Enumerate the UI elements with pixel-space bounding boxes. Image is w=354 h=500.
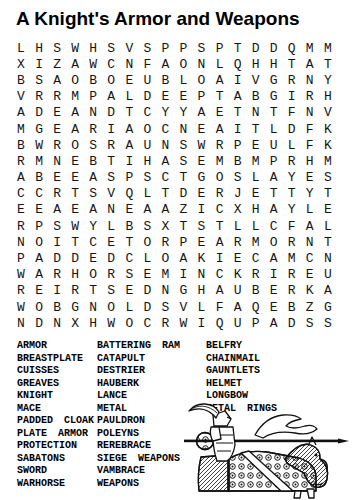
- grid-cell[interactable]: S: [120, 267, 138, 283]
- grid-cell[interactable]: D: [265, 40, 283, 56]
- grid-cell[interactable]: U: [138, 137, 156, 153]
- grid-cell[interactable]: R: [211, 186, 229, 202]
- grid-cell[interactable]: H: [30, 40, 48, 56]
- grid-cell[interactable]: T: [66, 234, 84, 250]
- grid-cell[interactable]: P: [229, 137, 247, 153]
- grid-cell[interactable]: U: [319, 267, 337, 283]
- grid-cell[interactable]: W: [12, 299, 30, 315]
- grid-cell[interactable]: T: [211, 218, 229, 234]
- grid-cell[interactable]: P: [174, 234, 192, 250]
- grid-cell[interactable]: I: [48, 283, 66, 299]
- grid-cell[interactable]: A: [174, 250, 192, 266]
- grid-cell[interactable]: Q: [211, 315, 229, 331]
- grid-cell[interactable]: W: [66, 40, 84, 56]
- grid-cell[interactable]: B: [12, 137, 30, 153]
- grid-cell[interactable]: I: [229, 121, 247, 137]
- grid-cell[interactable]: C: [211, 202, 229, 218]
- grid-cell[interactable]: R: [156, 234, 174, 250]
- grid-cell[interactable]: B: [247, 89, 265, 105]
- grid-cell[interactable]: C: [138, 315, 156, 331]
- grid-cell[interactable]: S: [48, 218, 66, 234]
- grid-cell[interactable]: R: [48, 186, 66, 202]
- grid-cell[interactable]: N: [48, 153, 66, 169]
- grid-cell[interactable]: M: [211, 153, 229, 169]
- grid-cell[interactable]: U: [138, 72, 156, 88]
- grid-cell[interactable]: O: [84, 267, 102, 283]
- grid-cell[interactable]: F: [138, 56, 156, 72]
- grid-cell[interactable]: C: [211, 267, 229, 283]
- grid-cell[interactable]: T: [120, 234, 138, 250]
- grid-cell[interactable]: T: [265, 186, 283, 202]
- grid-cell[interactable]: L: [319, 218, 337, 234]
- grid-cell[interactable]: B: [229, 153, 247, 169]
- grid-cell[interactable]: A: [120, 121, 138, 137]
- grid-cell[interactable]: O: [156, 250, 174, 266]
- grid-cell[interactable]: N: [102, 202, 120, 218]
- grid-cell[interactable]: T: [84, 283, 102, 299]
- grid-cell[interactable]: L: [174, 72, 192, 88]
- grid-cell[interactable]: I: [48, 234, 66, 250]
- grid-cell[interactable]: O: [120, 315, 138, 331]
- grid-cell[interactable]: B: [48, 299, 66, 315]
- grid-cell[interactable]: E: [229, 250, 247, 266]
- grid-cell[interactable]: L: [283, 137, 301, 153]
- grid-cell[interactable]: D: [247, 40, 265, 56]
- grid-cell[interactable]: E: [138, 267, 156, 283]
- grid-cell[interactable]: R: [283, 72, 301, 88]
- grid-cell[interactable]: P: [211, 40, 229, 56]
- grid-cell[interactable]: B: [283, 299, 301, 315]
- grid-cell[interactable]: E: [30, 283, 48, 299]
- grid-cell[interactable]: A: [84, 170, 102, 186]
- grid-cell[interactable]: M: [30, 153, 48, 169]
- grid-cell[interactable]: A: [12, 170, 30, 186]
- grid-cell[interactable]: N: [48, 315, 66, 331]
- grid-cell[interactable]: W: [30, 137, 48, 153]
- grid-cell[interactable]: O: [265, 234, 283, 250]
- grid-cell[interactable]: N: [84, 105, 102, 121]
- grid-cell[interactable]: S: [192, 218, 210, 234]
- grid-cell[interactable]: D: [174, 186, 192, 202]
- grid-cell[interactable]: D: [283, 121, 301, 137]
- grid-cell[interactable]: E: [66, 153, 84, 169]
- grid-cell[interactable]: T: [319, 234, 337, 250]
- grid-cell[interactable]: N: [192, 56, 210, 72]
- grid-cell[interactable]: P: [12, 250, 30, 266]
- grid-cell[interactable]: R: [48, 267, 66, 283]
- grid-cell[interactable]: X: [156, 218, 174, 234]
- grid-cell[interactable]: T: [120, 105, 138, 121]
- grid-cell[interactable]: K: [229, 267, 247, 283]
- grid-cell[interactable]: A: [156, 56, 174, 72]
- grid-cell[interactable]: I: [192, 202, 210, 218]
- grid-cell[interactable]: N: [156, 137, 174, 153]
- grid-cell[interactable]: L: [120, 89, 138, 105]
- grid-cell[interactable]: U: [229, 315, 247, 331]
- grid-cell[interactable]: M: [66, 89, 84, 105]
- grid-cell[interactable]: I: [211, 250, 229, 266]
- grid-cell[interactable]: H: [265, 56, 283, 72]
- grid-cell[interactable]: E: [192, 153, 210, 169]
- grid-cell[interactable]: Q: [283, 40, 301, 56]
- grid-cell[interactable]: C: [120, 250, 138, 266]
- grid-cell[interactable]: R: [102, 267, 120, 283]
- grid-cell[interactable]: I: [283, 89, 301, 105]
- grid-cell[interactable]: E: [84, 250, 102, 266]
- grid-cell[interactable]: G: [30, 121, 48, 137]
- grid-cell[interactable]: A: [30, 267, 48, 283]
- grid-cell[interactable]: N: [12, 315, 30, 331]
- grid-cell[interactable]: W: [12, 267, 30, 283]
- grid-cell[interactable]: P: [247, 315, 265, 331]
- grid-cell[interactable]: S: [138, 218, 156, 234]
- grid-cell[interactable]: A: [102, 89, 120, 105]
- grid-cell[interactable]: E: [48, 121, 66, 137]
- grid-cell[interactable]: O: [174, 56, 192, 72]
- grid-cell[interactable]: T: [283, 56, 301, 72]
- grid-cell[interactable]: D: [102, 105, 120, 121]
- grid-cell[interactable]: S: [192, 40, 210, 56]
- grid-cell[interactable]: P: [84, 89, 102, 105]
- grid-cell[interactable]: D: [66, 250, 84, 266]
- grid-cell[interactable]: T: [265, 105, 283, 121]
- grid-cell[interactable]: W: [174, 315, 192, 331]
- grid-cell[interactable]: S: [102, 170, 120, 186]
- grid-cell[interactable]: P: [120, 170, 138, 186]
- grid-cell[interactable]: E: [120, 202, 138, 218]
- grid-cell[interactable]: O: [138, 234, 156, 250]
- grid-cell[interactable]: T: [174, 218, 192, 234]
- grid-cell[interactable]: S: [319, 315, 337, 331]
- grid-cell[interactable]: E: [319, 202, 337, 218]
- grid-cell[interactable]: C: [301, 250, 319, 266]
- grid-cell[interactable]: E: [265, 299, 283, 315]
- grid-cell[interactable]: W: [66, 218, 84, 234]
- grid-cell[interactable]: V: [319, 105, 337, 121]
- grid-cell[interactable]: V: [120, 40, 138, 56]
- grid-cell[interactable]: M: [156, 267, 174, 283]
- grid-cell[interactable]: R: [66, 283, 84, 299]
- grid-cell[interactable]: R: [84, 121, 102, 137]
- grid-cell[interactable]: A: [211, 234, 229, 250]
- grid-cell[interactable]: D: [102, 250, 120, 266]
- grid-cell[interactable]: L: [229, 218, 247, 234]
- grid-cell[interactable]: R: [283, 283, 301, 299]
- grid-cell[interactable]: S: [102, 40, 120, 56]
- grid-cell[interactable]: E: [120, 72, 138, 88]
- grid-cell[interactable]: G: [265, 72, 283, 88]
- grid-cell[interactable]: E: [102, 234, 120, 250]
- grid-cell[interactable]: E: [192, 121, 210, 137]
- grid-cell[interactable]: E: [174, 89, 192, 105]
- grid-cell[interactable]: C: [12, 186, 30, 202]
- grid-cell[interactable]: W: [84, 56, 102, 72]
- grid-cell[interactable]: N: [319, 250, 337, 266]
- grid-cell[interactable]: M: [283, 250, 301, 266]
- grid-cell[interactable]: Z: [48, 56, 66, 72]
- grid-cell[interactable]: C: [30, 186, 48, 202]
- grid-cell[interactable]: E: [247, 186, 265, 202]
- grid-cell[interactable]: D: [138, 299, 156, 315]
- grid-cell[interactable]: A: [138, 202, 156, 218]
- grid-cell[interactable]: F: [283, 218, 301, 234]
- grid-cell[interactable]: M: [319, 40, 337, 56]
- grid-cell[interactable]: R: [48, 137, 66, 153]
- grid-cell[interactable]: S: [138, 40, 156, 56]
- grid-cell[interactable]: P: [265, 153, 283, 169]
- grid-cell[interactable]: E: [156, 89, 174, 105]
- grid-cell[interactable]: B: [156, 72, 174, 88]
- grid-cell[interactable]: X: [66, 315, 84, 331]
- grid-cell[interactable]: O: [192, 72, 210, 88]
- grid-cell[interactable]: V: [102, 186, 120, 202]
- grid-cell[interactable]: T: [247, 121, 265, 137]
- grid-cell[interactable]: Y: [174, 105, 192, 121]
- grid-cell[interactable]: Z: [301, 299, 319, 315]
- grid-cell[interactable]: M: [301, 40, 319, 56]
- grid-cell[interactable]: F: [301, 137, 319, 153]
- grid-cell[interactable]: S: [319, 170, 337, 186]
- grid-cell[interactable]: R: [283, 234, 301, 250]
- grid-cell[interactable]: P: [30, 218, 48, 234]
- grid-cell[interactable]: R: [283, 267, 301, 283]
- grid-cell[interactable]: R: [211, 137, 229, 153]
- grid-cell[interactable]: G: [265, 89, 283, 105]
- grid-cell[interactable]: G: [174, 283, 192, 299]
- grid-cell[interactable]: B: [247, 283, 265, 299]
- grid-cell[interactable]: A: [211, 283, 229, 299]
- grid-cell[interactable]: V: [12, 89, 30, 105]
- grid-cell[interactable]: S: [156, 299, 174, 315]
- grid-cell[interactable]: E: [247, 137, 265, 153]
- grid-cell[interactable]: M: [12, 121, 30, 137]
- grid-cell[interactable]: K: [319, 137, 337, 153]
- grid-cell[interactable]: B: [84, 153, 102, 169]
- grid-cell[interactable]: E: [192, 234, 210, 250]
- grid-cell[interactable]: I: [174, 267, 192, 283]
- grid-cell[interactable]: O: [211, 170, 229, 186]
- grid-cell[interactable]: D: [138, 283, 156, 299]
- grid-cell[interactable]: E: [12, 202, 30, 218]
- grid-cell[interactable]: A: [12, 105, 30, 121]
- grid-cell[interactable]: R: [12, 218, 30, 234]
- grid-cell[interactable]: L: [301, 202, 319, 218]
- grid-cell[interactable]: P: [192, 89, 210, 105]
- grid-cell[interactable]: H: [192, 283, 210, 299]
- grid-cell[interactable]: C: [156, 121, 174, 137]
- grid-cell[interactable]: F: [211, 299, 229, 315]
- grid-cell[interactable]: O: [102, 72, 120, 88]
- grid-cell[interactable]: Y: [319, 72, 337, 88]
- grid-cell[interactable]: N: [84, 299, 102, 315]
- grid-cell[interactable]: D: [30, 105, 48, 121]
- grid-cell[interactable]: S: [174, 153, 192, 169]
- grid-cell[interactable]: R: [283, 153, 301, 169]
- grid-cell[interactable]: B: [30, 170, 48, 186]
- grid-cell[interactable]: R: [301, 89, 319, 105]
- grid-cell[interactable]: U: [265, 137, 283, 153]
- grid-cell[interactable]: N: [301, 234, 319, 250]
- grid-cell[interactable]: E: [301, 267, 319, 283]
- grid-cell[interactable]: B: [120, 218, 138, 234]
- grid-cell[interactable]: N: [174, 121, 192, 137]
- grid-cell[interactable]: N: [247, 105, 265, 121]
- grid-cell[interactable]: R: [229, 234, 247, 250]
- grid-cell[interactable]: A: [211, 121, 229, 137]
- grid-cell[interactable]: L: [102, 218, 120, 234]
- grid-cell[interactable]: L: [138, 186, 156, 202]
- grid-cell[interactable]: C: [102, 56, 120, 72]
- grid-cell[interactable]: E: [301, 170, 319, 186]
- grid-cell[interactable]: X: [229, 202, 247, 218]
- grid-cell[interactable]: U: [229, 283, 247, 299]
- grid-cell[interactable]: R: [156, 315, 174, 331]
- grid-cell[interactable]: E: [265, 283, 283, 299]
- grid-cell[interactable]: K: [301, 283, 319, 299]
- grid-cell[interactable]: O: [30, 234, 48, 250]
- grid-cell[interactable]: Q: [120, 186, 138, 202]
- grid-cell[interactable]: G: [192, 170, 210, 186]
- grid-cell[interactable]: A: [265, 250, 283, 266]
- grid-cell[interactable]: A: [301, 218, 319, 234]
- grid-cell[interactable]: L: [211, 56, 229, 72]
- grid-cell[interactable]: L: [247, 218, 265, 234]
- grid-cell[interactable]: E: [30, 202, 48, 218]
- grid-cell[interactable]: A: [192, 105, 210, 121]
- grid-cell[interactable]: A: [66, 56, 84, 72]
- grid-cell[interactable]: T: [174, 170, 192, 186]
- grid-cell[interactable]: I: [229, 72, 247, 88]
- grid-cell[interactable]: D: [30, 315, 48, 331]
- grid-cell[interactable]: L: [192, 299, 210, 315]
- grid-cell[interactable]: H: [84, 315, 102, 331]
- grid-cell[interactable]: A: [66, 105, 84, 121]
- grid-cell[interactable]: I: [102, 121, 120, 137]
- grid-cell[interactable]: S: [30, 72, 48, 88]
- grid-cell[interactable]: A: [319, 283, 337, 299]
- grid-cell[interactable]: N: [156, 283, 174, 299]
- grid-cell[interactable]: E: [120, 283, 138, 299]
- grid-cell[interactable]: N: [12, 234, 30, 250]
- grid-cell[interactable]: L: [247, 170, 265, 186]
- grid-cell[interactable]: L: [12, 40, 30, 56]
- grid-cell[interactable]: D: [283, 315, 301, 331]
- grid-cell[interactable]: R: [30, 89, 48, 105]
- grid-cell[interactable]: I: [192, 315, 210, 331]
- grid-cell[interactable]: A: [265, 170, 283, 186]
- grid-cell[interactable]: N: [192, 267, 210, 283]
- grid-cell[interactable]: C: [156, 170, 174, 186]
- grid-cell[interactable]: I: [30, 56, 48, 72]
- grid-cell[interactable]: A: [229, 299, 247, 315]
- grid-cell[interactable]: T: [102, 153, 120, 169]
- grid-cell[interactable]: A: [156, 202, 174, 218]
- grid-cell[interactable]: C: [265, 218, 283, 234]
- grid-cell[interactable]: R: [247, 267, 265, 283]
- grid-cell[interactable]: E: [211, 105, 229, 121]
- grid-cell[interactable]: S: [138, 170, 156, 186]
- grid-cell[interactable]: O: [66, 72, 84, 88]
- grid-cell[interactable]: Y: [301, 186, 319, 202]
- grid-cell[interactable]: N: [120, 56, 138, 72]
- grid-cell[interactable]: I: [120, 153, 138, 169]
- grid-cell[interactable]: E: [66, 170, 84, 186]
- grid-cell[interactable]: S: [229, 170, 247, 186]
- grid-cell[interactable]: N: [301, 72, 319, 88]
- grid-cell[interactable]: A: [265, 315, 283, 331]
- grid-cell[interactable]: F: [301, 121, 319, 137]
- grid-cell[interactable]: R: [12, 153, 30, 169]
- grid-cell[interactable]: R: [48, 89, 66, 105]
- grid-cell[interactable]: W: [102, 315, 120, 331]
- grid-cell[interactable]: A: [211, 72, 229, 88]
- grid-cell[interactable]: I: [265, 267, 283, 283]
- grid-cell[interactable]: P: [174, 40, 192, 56]
- grid-cell[interactable]: P: [156, 40, 174, 56]
- grid-cell[interactable]: T: [66, 186, 84, 202]
- grid-cell[interactable]: O: [102, 299, 120, 315]
- grid-cell[interactable]: T: [229, 40, 247, 56]
- grid-cell[interactable]: T: [229, 105, 247, 121]
- grid-cell[interactable]: S: [102, 283, 120, 299]
- grid-cell[interactable]: A: [120, 137, 138, 153]
- grid-cell[interactable]: D: [138, 89, 156, 105]
- grid-cell[interactable]: M: [319, 153, 337, 169]
- grid-cell[interactable]: S: [84, 186, 102, 202]
- grid-cell[interactable]: G: [66, 299, 84, 315]
- grid-cell[interactable]: A: [265, 202, 283, 218]
- grid-cell[interactable]: A: [66, 121, 84, 137]
- grid-cell[interactable]: D: [48, 250, 66, 266]
- grid-cell[interactable]: T: [283, 186, 301, 202]
- grid-cell[interactable]: G: [319, 299, 337, 315]
- grid-cell[interactable]: T: [211, 89, 229, 105]
- grid-cell[interactable]: S: [84, 137, 102, 153]
- grid-cell[interactable]: R: [12, 283, 30, 299]
- grid-cell[interactable]: R: [102, 137, 120, 153]
- grid-cell[interactable]: T: [156, 186, 174, 202]
- grid-cell[interactable]: S: [48, 40, 66, 56]
- grid-cell[interactable]: H: [301, 153, 319, 169]
- grid-cell[interactable]: B: [12, 72, 30, 88]
- grid-cell[interactable]: M: [247, 234, 265, 250]
- grid-cell[interactable]: N: [301, 105, 319, 121]
- grid-cell[interactable]: Z: [174, 202, 192, 218]
- grid-cell[interactable]: Y: [156, 105, 174, 121]
- grid-cell[interactable]: H: [66, 267, 84, 283]
- grid-cell[interactable]: J: [229, 186, 247, 202]
- grid-cell[interactable]: Y: [283, 202, 301, 218]
- grid-cell[interactable]: A: [301, 56, 319, 72]
- grid-cell[interactable]: L: [138, 250, 156, 266]
- grid-cell[interactable]: K: [319, 121, 337, 137]
- grid-cell[interactable]: Q: [247, 299, 265, 315]
- grid-cell[interactable]: E: [48, 170, 66, 186]
- grid-cell[interactable]: V: [174, 299, 192, 315]
- grid-cell[interactable]: C: [247, 250, 265, 266]
- grid-cell[interactable]: V: [247, 72, 265, 88]
- grid-cell[interactable]: O: [138, 121, 156, 137]
- grid-cell[interactable]: B: [84, 72, 102, 88]
- grid-cell[interactable]: H: [138, 153, 156, 169]
- grid-cell[interactable]: A: [229, 89, 247, 105]
- grid-cell[interactable]: L: [120, 299, 138, 315]
- grid-cell[interactable]: K: [192, 250, 210, 266]
- grid-cell[interactable]: L: [265, 121, 283, 137]
- grid-cell[interactable]: H: [247, 56, 265, 72]
- grid-cell[interactable]: A: [156, 153, 174, 169]
- grid-cell[interactable]: Y: [283, 170, 301, 186]
